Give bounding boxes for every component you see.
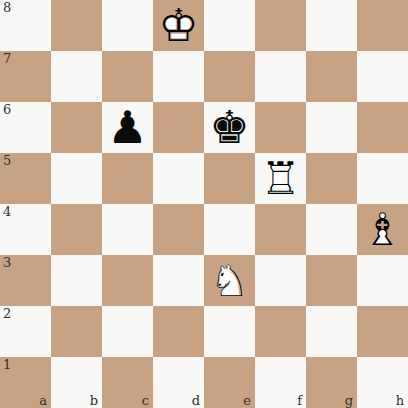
rank-label-6: 6 — [3, 102, 11, 117]
square-b8[interactable] — [51, 0, 102, 51]
rank-label-4: 4 — [3, 204, 11, 219]
square-b3[interactable] — [51, 255, 102, 306]
square-f3[interactable] — [255, 255, 306, 306]
square-h5[interactable] — [357, 153, 408, 204]
square-h4[interactable]: ♝♗ — [357, 204, 408, 255]
square-e3[interactable]: ♞♘ — [204, 255, 255, 306]
piece-outline-glyph: ♔ — [153, 0, 204, 51]
white-rook-f5[interactable]: ♜♖ — [255, 153, 306, 204]
square-b4[interactable] — [51, 204, 102, 255]
square-f6[interactable] — [255, 102, 306, 153]
piece-outline-glyph: ♗ — [357, 204, 408, 255]
square-c7[interactable] — [102, 51, 153, 102]
square-f7[interactable] — [255, 51, 306, 102]
square-b7[interactable] — [51, 51, 102, 102]
square-h3[interactable] — [357, 255, 408, 306]
square-e8[interactable] — [204, 0, 255, 51]
piece-glyph: ♟ — [102, 102, 153, 153]
chess-board: 8♚♔76♟♚5♜♖4♝♗3♞♘21abcdefgh — [0, 0, 408, 408]
piece-outline-glyph: ♘ — [204, 255, 255, 306]
square-c2[interactable] — [102, 306, 153, 357]
file-label-g: g — [345, 393, 353, 408]
square-d4[interactable] — [153, 204, 204, 255]
square-g6[interactable] — [306, 102, 357, 153]
square-a8[interactable]: 8 — [0, 0, 51, 51]
square-g3[interactable] — [306, 255, 357, 306]
square-c6[interactable]: ♟ — [102, 102, 153, 153]
square-f5[interactable]: ♜♖ — [255, 153, 306, 204]
square-e4[interactable] — [204, 204, 255, 255]
white-bishop-h4[interactable]: ♝♗ — [357, 204, 408, 255]
rank-label-3: 3 — [3, 255, 11, 270]
square-c4[interactable] — [102, 204, 153, 255]
square-d2[interactable] — [153, 306, 204, 357]
black-king-e6[interactable]: ♚ — [204, 102, 255, 153]
square-d7[interactable] — [153, 51, 204, 102]
square-b1[interactable]: b — [51, 357, 102, 408]
black-pawn-c6[interactable]: ♟ — [102, 102, 153, 153]
square-c3[interactable] — [102, 255, 153, 306]
rank-label-5: 5 — [3, 153, 11, 168]
rank-label-7: 7 — [3, 51, 11, 66]
square-d6[interactable] — [153, 102, 204, 153]
square-d1[interactable]: d — [153, 357, 204, 408]
square-g5[interactable] — [306, 153, 357, 204]
square-b6[interactable] — [51, 102, 102, 153]
square-g8[interactable] — [306, 0, 357, 51]
square-h6[interactable] — [357, 102, 408, 153]
square-h2[interactable] — [357, 306, 408, 357]
square-c1[interactable]: c — [102, 357, 153, 408]
square-f8[interactable] — [255, 0, 306, 51]
square-g7[interactable] — [306, 51, 357, 102]
square-h1[interactable]: h — [357, 357, 408, 408]
rank-label-2: 2 — [3, 306, 11, 321]
square-g1[interactable]: g — [306, 357, 357, 408]
square-e5[interactable] — [204, 153, 255, 204]
square-h7[interactable] — [357, 51, 408, 102]
square-g4[interactable] — [306, 204, 357, 255]
piece-outline-glyph: ♖ — [255, 153, 306, 204]
square-e2[interactable] — [204, 306, 255, 357]
square-d3[interactable] — [153, 255, 204, 306]
rank-label-8: 8 — [3, 0, 11, 15]
file-label-f: f — [297, 393, 302, 408]
square-a7[interactable]: 7 — [0, 51, 51, 102]
square-a4[interactable]: 4 — [0, 204, 51, 255]
square-e1[interactable]: e — [204, 357, 255, 408]
square-b2[interactable] — [51, 306, 102, 357]
square-b5[interactable] — [51, 153, 102, 204]
square-a2[interactable]: 2 — [0, 306, 51, 357]
square-e6[interactable]: ♚ — [204, 102, 255, 153]
square-d8[interactable]: ♚♔ — [153, 0, 204, 51]
square-f2[interactable] — [255, 306, 306, 357]
square-e7[interactable] — [204, 51, 255, 102]
file-label-h: h — [396, 393, 404, 408]
piece-glyph: ♚ — [204, 102, 255, 153]
square-a3[interactable]: 3 — [0, 255, 51, 306]
square-f1[interactable]: f — [255, 357, 306, 408]
square-f4[interactable] — [255, 204, 306, 255]
file-label-d: d — [192, 393, 200, 408]
square-a5[interactable]: 5 — [0, 153, 51, 204]
square-a6[interactable]: 6 — [0, 102, 51, 153]
square-c5[interactable] — [102, 153, 153, 204]
square-d5[interactable] — [153, 153, 204, 204]
file-label-a: a — [39, 393, 47, 408]
square-g2[interactable] — [306, 306, 357, 357]
file-label-e: e — [243, 393, 251, 408]
white-king-d8[interactable]: ♚♔ — [153, 0, 204, 51]
file-label-c: c — [142, 393, 149, 408]
file-label-b: b — [90, 393, 98, 408]
rank-label-1: 1 — [3, 357, 11, 372]
white-knight-e3[interactable]: ♞♘ — [204, 255, 255, 306]
square-a1[interactable]: 1a — [0, 357, 51, 408]
square-h8[interactable] — [357, 0, 408, 51]
square-c8[interactable] — [102, 0, 153, 51]
